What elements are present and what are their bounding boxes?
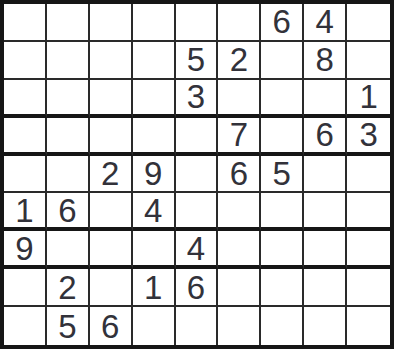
- cell-r7c7-empty[interactable]: [261, 231, 304, 269]
- cell-r5c5-empty[interactable]: [176, 156, 219, 194]
- cell-r8c3-empty[interactable]: [90, 269, 133, 307]
- cell-r6c3-empty[interactable]: [90, 193, 133, 231]
- cell-r8c2-given-2[interactable]: 2: [47, 269, 90, 307]
- cell-r5c9-empty[interactable]: [347, 156, 390, 194]
- sudoku-puzzle: 645283176329651649421656: [0, 0, 395, 350]
- cell-r3c7-empty[interactable]: [261, 80, 304, 118]
- cell-r9c8-empty[interactable]: [304, 307, 347, 345]
- cell-r9c1-empty[interactable]: [4, 307, 47, 345]
- cell-r3c3-empty[interactable]: [90, 80, 133, 118]
- cell-r2c7-empty[interactable]: [261, 42, 304, 80]
- cell-r6c8-empty[interactable]: [304, 193, 347, 231]
- cell-r7c2-empty[interactable]: [47, 231, 90, 269]
- cell-r6c7-empty[interactable]: [261, 193, 304, 231]
- cell-r9c5-empty[interactable]: [176, 307, 219, 345]
- cell-r8c6-empty[interactable]: [218, 269, 261, 307]
- cell-r1c6-empty[interactable]: [218, 4, 261, 42]
- cell-r3c9-given-1[interactable]: 1: [347, 80, 390, 118]
- cell-r4c4-empty[interactable]: [133, 118, 176, 156]
- cell-r9c4-empty[interactable]: [133, 307, 176, 345]
- cell-r8c1-empty[interactable]: [4, 269, 47, 307]
- cell-r5c4-given-9[interactable]: 9: [133, 156, 176, 194]
- cell-r5c2-empty[interactable]: [47, 156, 90, 194]
- cell-r7c6-empty[interactable]: [218, 231, 261, 269]
- cell-r4c5-empty[interactable]: [176, 118, 219, 156]
- cell-r3c2-empty[interactable]: [47, 80, 90, 118]
- cell-r3c6-empty[interactable]: [218, 80, 261, 118]
- cell-r4c9-given-3[interactable]: 3: [347, 118, 390, 156]
- cell-r8c5-given-6[interactable]: 6: [176, 269, 219, 307]
- cell-r4c6-given-7[interactable]: 7: [218, 118, 261, 156]
- cell-r6c4-given-4[interactable]: 4: [133, 193, 176, 231]
- cell-r7c5-given-4[interactable]: 4: [176, 231, 219, 269]
- cell-r4c7-empty[interactable]: [261, 118, 304, 156]
- cell-r9c9-empty[interactable]: [347, 307, 390, 345]
- cell-r4c1-empty[interactable]: [4, 118, 47, 156]
- cell-r3c5-given-3[interactable]: 3: [176, 80, 219, 118]
- cell-r6c2-given-6[interactable]: 6: [47, 193, 90, 231]
- cell-r1c8-given-4[interactable]: 4: [304, 4, 347, 42]
- cell-r1c5-empty[interactable]: [176, 4, 219, 42]
- cell-r3c8-empty[interactable]: [304, 80, 347, 118]
- cell-r2c1-empty[interactable]: [4, 42, 47, 80]
- cell-r1c7-given-6[interactable]: 6: [261, 4, 304, 42]
- cell-r1c9-empty[interactable]: [347, 4, 390, 42]
- cell-r8c8-empty[interactable]: [304, 269, 347, 307]
- cell-r6c6-empty[interactable]: [218, 193, 261, 231]
- cell-r1c1-empty[interactable]: [4, 4, 47, 42]
- cell-r7c8-empty[interactable]: [304, 231, 347, 269]
- cell-r9c2-given-5[interactable]: 5: [47, 307, 90, 345]
- cell-r1c4-empty[interactable]: [133, 4, 176, 42]
- cell-r4c3-empty[interactable]: [90, 118, 133, 156]
- cell-r7c1-given-9[interactable]: 9: [4, 231, 47, 269]
- cell-r1c2-empty[interactable]: [47, 4, 90, 42]
- cell-r5c1-empty[interactable]: [4, 156, 47, 194]
- cell-r6c5-empty[interactable]: [176, 193, 219, 231]
- cell-r7c9-empty[interactable]: [347, 231, 390, 269]
- cell-r2c8-given-8[interactable]: 8: [304, 42, 347, 80]
- cell-r5c7-given-5[interactable]: 5: [261, 156, 304, 194]
- cell-r3c4-empty[interactable]: [133, 80, 176, 118]
- cell-r9c3-given-6[interactable]: 6: [90, 307, 133, 345]
- cell-r7c4-empty[interactable]: [133, 231, 176, 269]
- cell-r2c4-empty[interactable]: [133, 42, 176, 80]
- sudoku-board: 645283176329651649421656: [0, 0, 394, 349]
- cell-r3c1-empty[interactable]: [4, 80, 47, 118]
- cell-r2c5-given-5[interactable]: 5: [176, 42, 219, 80]
- cell-r8c7-empty[interactable]: [261, 269, 304, 307]
- cell-r5c6-given-6[interactable]: 6: [218, 156, 261, 194]
- cell-r8c9-empty[interactable]: [347, 269, 390, 307]
- cell-r2c9-empty[interactable]: [347, 42, 390, 80]
- cell-r4c2-empty[interactable]: [47, 118, 90, 156]
- cell-r2c2-empty[interactable]: [47, 42, 90, 80]
- cell-r6c9-empty[interactable]: [347, 193, 390, 231]
- cell-r2c6-given-2[interactable]: 2: [218, 42, 261, 80]
- cell-r6c1-given-1[interactable]: 1: [4, 193, 47, 231]
- cell-r8c4-given-1[interactable]: 1: [133, 269, 176, 307]
- cell-r9c7-empty[interactable]: [261, 307, 304, 345]
- cell-r2c3-empty[interactable]: [90, 42, 133, 80]
- cell-r4c8-given-6[interactable]: 6: [304, 118, 347, 156]
- cell-r5c3-given-2[interactable]: 2: [90, 156, 133, 194]
- cell-r7c3-empty[interactable]: [90, 231, 133, 269]
- cell-r5c8-empty[interactable]: [304, 156, 347, 194]
- cell-r1c3-empty[interactable]: [90, 4, 133, 42]
- cell-r9c6-empty[interactable]: [218, 307, 261, 345]
